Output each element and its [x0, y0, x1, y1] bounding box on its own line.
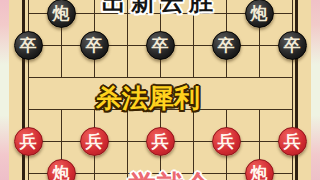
- piece-black-pawn[interactable]: 卒: [278, 31, 307, 60]
- grid-line: [28, 77, 293, 78]
- piece-red-pawn[interactable]: 兵: [80, 127, 109, 156]
- piece-black-pawn[interactable]: 卒: [80, 31, 109, 60]
- piece-glyph: 兵: [218, 133, 235, 150]
- piece-black-pawn[interactable]: 卒: [212, 31, 241, 60]
- piece-glyph: 兵: [20, 133, 37, 150]
- piece-glyph: 卒: [218, 37, 235, 54]
- piece-red-pawn[interactable]: 兵: [146, 127, 175, 156]
- piece-glyph: 兵: [152, 133, 169, 150]
- piece-black-pawn[interactable]: 卒: [146, 31, 175, 60]
- piece-glyph: 兵: [86, 133, 103, 150]
- piece-glyph: 兵: [284, 133, 301, 150]
- piece-red-pawn[interactable]: 兵: [212, 127, 241, 156]
- top-caption: 出新云胜: [0, 0, 320, 18]
- bottom-caption: 一学就会: [0, 167, 316, 180]
- piece-red-pawn[interactable]: 兵: [14, 127, 43, 156]
- piece-glyph: 卒: [284, 37, 301, 54]
- piece-glyph: 卒: [152, 37, 169, 54]
- piece-red-pawn[interactable]: 兵: [278, 127, 307, 156]
- middle-caption: 杀法犀利: [0, 81, 308, 116]
- piece-glyph: 卒: [20, 37, 37, 54]
- piece-black-pawn[interactable]: 卒: [14, 31, 43, 60]
- piece-glyph: 卒: [86, 37, 103, 54]
